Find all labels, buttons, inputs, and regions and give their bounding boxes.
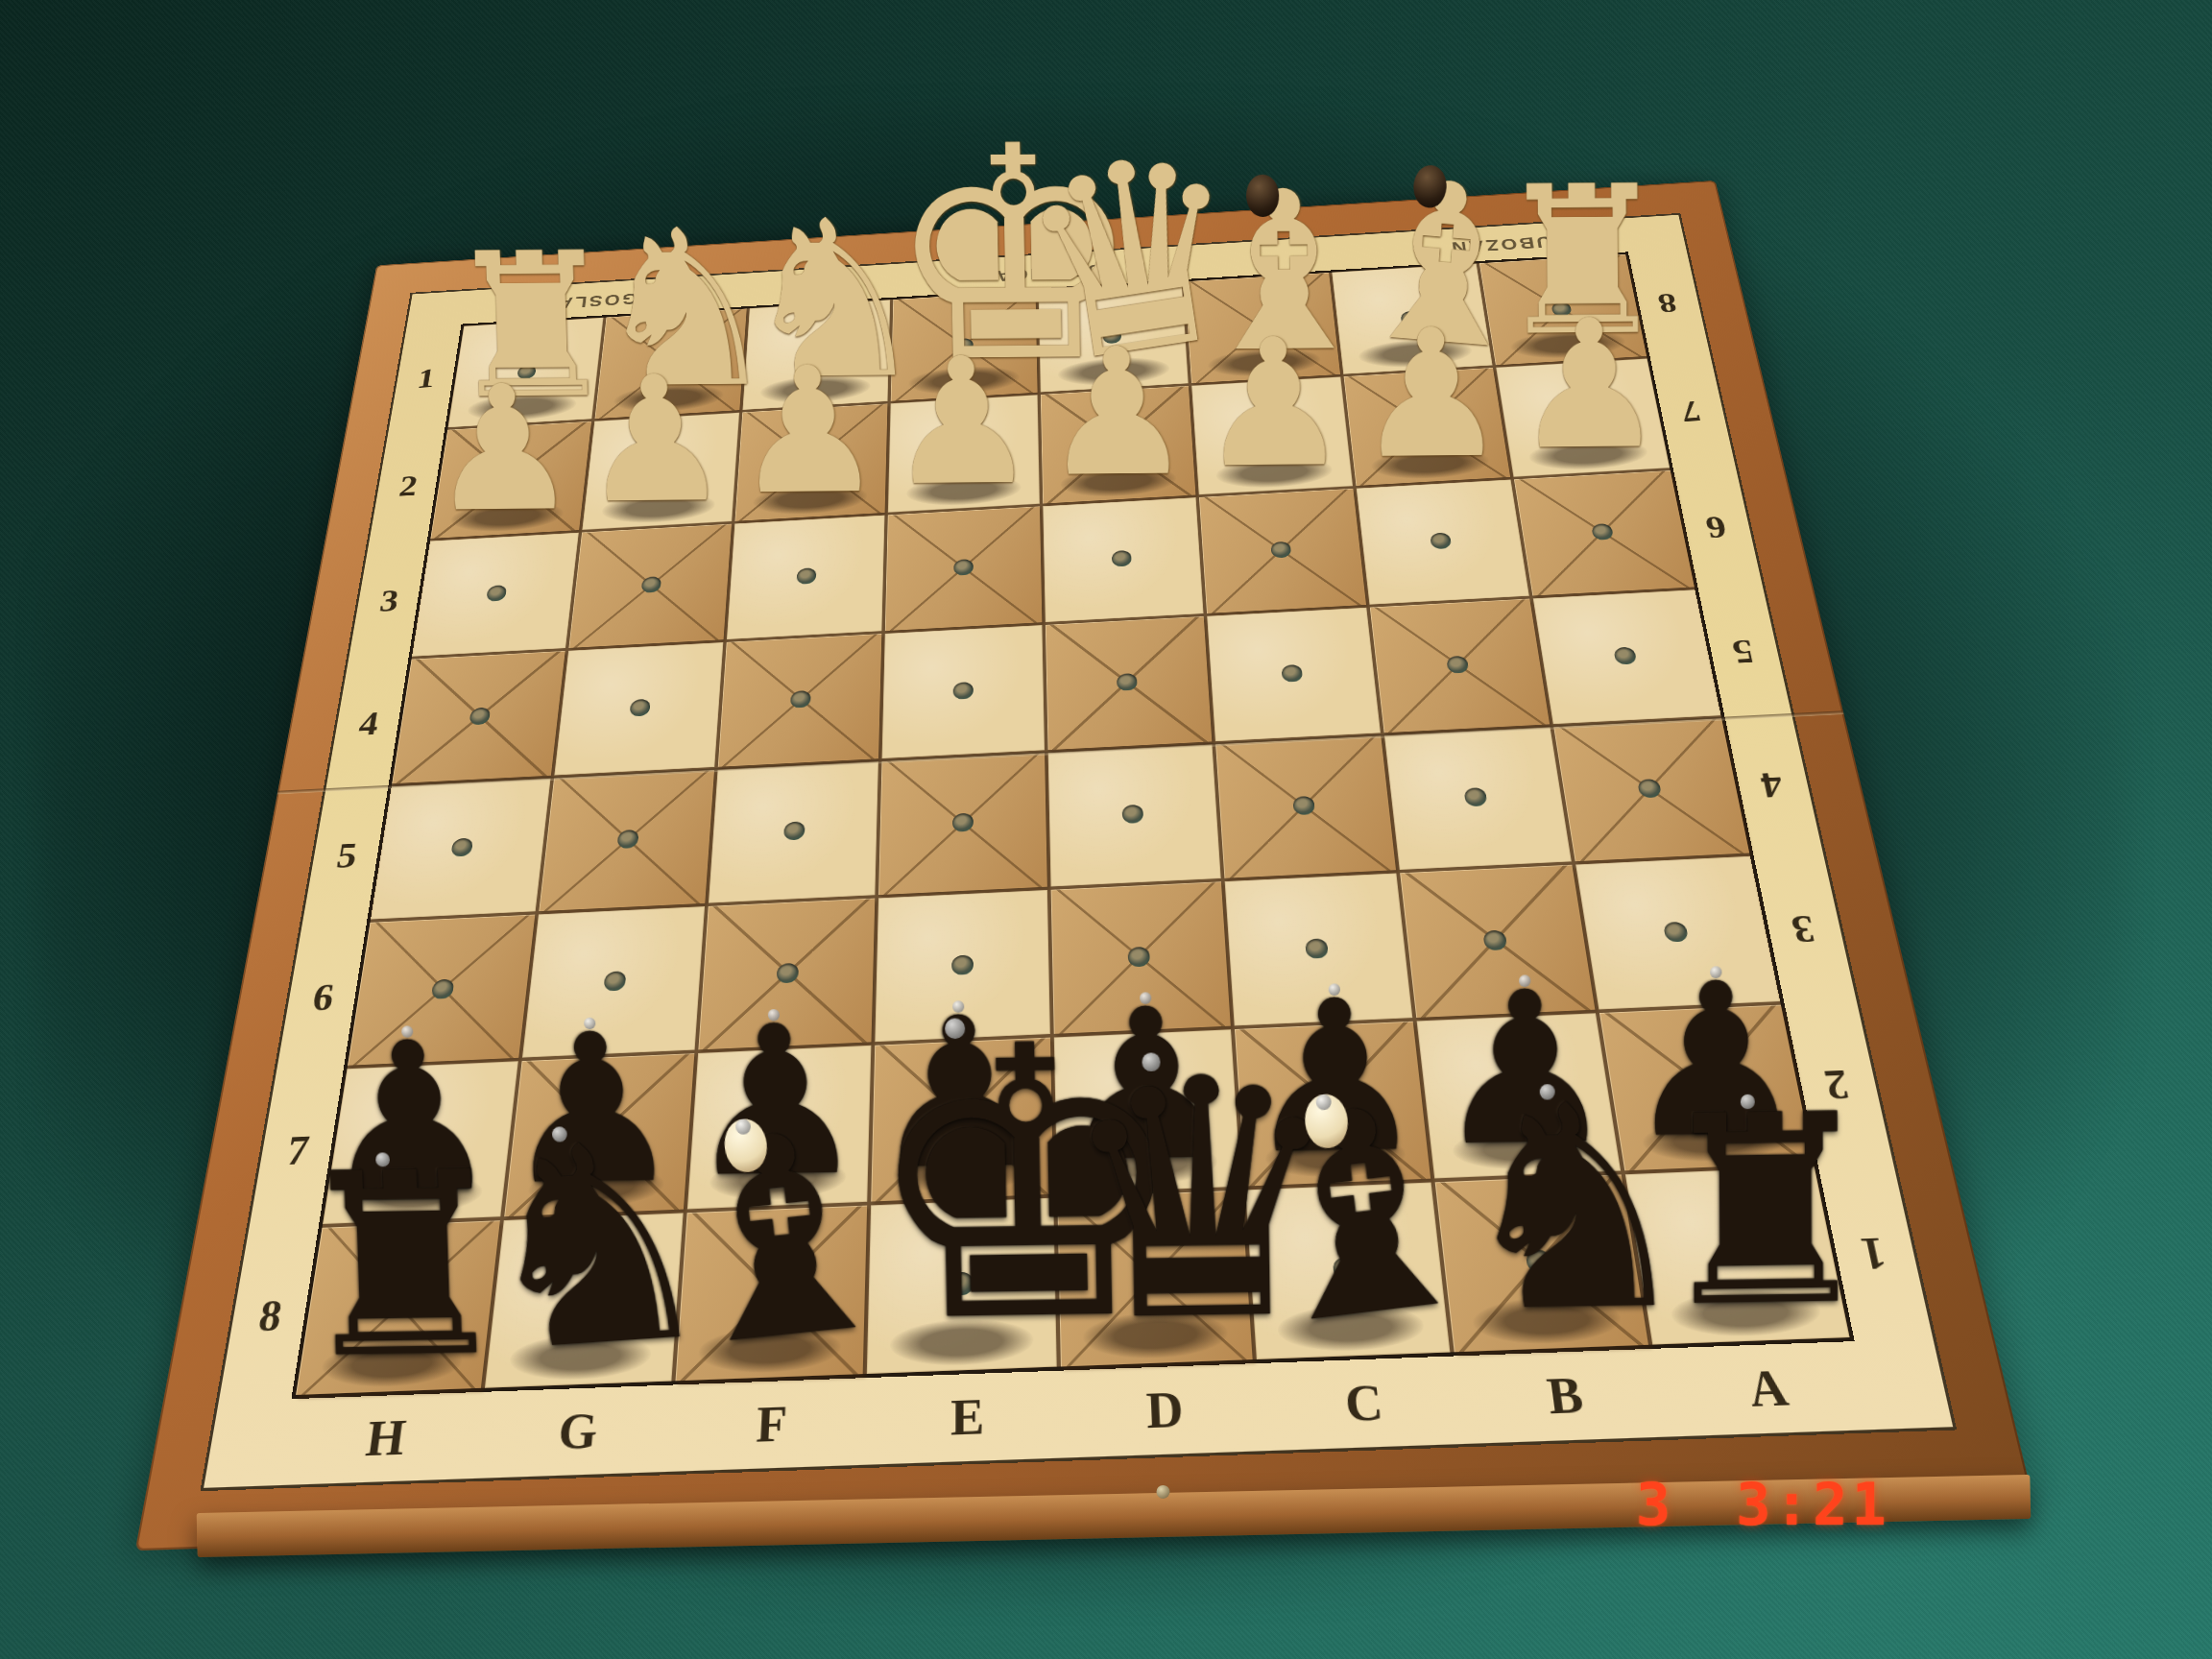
piece-black-bishop-f8[interactable]: ♝ (646, 1102, 864, 1382)
peg-hole (1292, 796, 1315, 815)
square-c2[interactable]: ♟ (1191, 377, 1353, 494)
square-c3[interactable] (1199, 489, 1366, 613)
peg-hole (1117, 673, 1138, 691)
square-b3[interactable] (1356, 479, 1529, 605)
peg-hole (1447, 656, 1470, 674)
piece-black-king-e8[interactable]: ♚ (859, 1008, 1057, 1366)
square-e8[interactable]: ♚ (867, 1197, 1057, 1374)
photo-scene: SUBOZANSUBOTICAYUGOSLAVIA 12345678 12345… (0, 0, 2212, 1659)
peg-hole (954, 559, 974, 576)
file-label-f: F (672, 1381, 871, 1467)
square-c4[interactable] (1207, 608, 1380, 741)
piece-white-pawn-h2[interactable]: ♟ (425, 367, 581, 532)
peg-hole (629, 699, 650, 717)
piece-black-knight-g8[interactable]: ♞ (464, 1113, 674, 1385)
file-label-e: E (869, 1374, 1068, 1461)
square-d4[interactable] (1046, 616, 1212, 750)
square-e4[interactable] (882, 625, 1045, 757)
dark-bishop-head-ball (1245, 174, 1279, 217)
dark-bishop-head-ball (1411, 164, 1447, 210)
peg-hole (790, 690, 811, 709)
piece-black-knight-b8[interactable]: ♞ (1451, 1075, 1646, 1344)
square-h2[interactable]: ♟ (430, 421, 590, 539)
board-surface: SUBOZANSUBOTICAYUGOSLAVIA 12345678 12345… (135, 180, 2031, 1551)
square-d2[interactable]: ♟ (1041, 386, 1195, 503)
piece-white-pawn-d2[interactable]: ♟ (1040, 329, 1195, 497)
peg-hole (1613, 646, 1637, 664)
piece-white-pawn-g2[interactable]: ♟ (577, 357, 733, 523)
peg-hole (1591, 523, 1614, 541)
peg-hole (431, 978, 455, 998)
piece-black-rook-h8[interactable]: ♜ (287, 1144, 484, 1386)
file-label-a: A (1660, 1344, 1879, 1432)
file-label-g: G (477, 1387, 678, 1474)
light-bishop-head-ball (721, 1117, 769, 1174)
file-label-b: B (1459, 1352, 1672, 1440)
square-a5[interactable] (1553, 718, 1749, 861)
square-g3[interactable] (568, 524, 731, 649)
file-label-h: H (284, 1395, 486, 1481)
peg-hole (952, 813, 974, 832)
piece-white-pawn-e2[interactable]: ♟ (884, 339, 1040, 506)
square-e3[interactable] (885, 506, 1042, 631)
peg-hole (953, 682, 974, 700)
square-c5[interactable] (1215, 735, 1396, 878)
square-f2[interactable]: ♟ (734, 404, 888, 521)
piece-white-pawn-b2[interactable]: ♟ (1354, 310, 1509, 479)
square-g2[interactable]: ♟ (582, 413, 739, 530)
piece-white-pawn-f2[interactable]: ♟ (731, 349, 886, 515)
piece-black-rook-a8[interactable]: ♜ (1650, 1086, 1844, 1336)
peg-hole (797, 567, 817, 585)
square-g5[interactable] (539, 770, 714, 911)
board-border-field: SUBOZANSUBOTICAYUGOSLAVIA 12345678 12345… (200, 213, 1957, 1491)
peg-hole (603, 971, 626, 992)
wooden-frame: SUBOZANSUBOTICAYUGOSLAVIA 12345678 12345… (135, 180, 2031, 1551)
square-b8[interactable]: ♞ (1434, 1174, 1648, 1352)
square-b2[interactable]: ♟ (1343, 368, 1510, 486)
square-h4[interactable] (392, 651, 565, 783)
file-label-d: D (1065, 1366, 1266, 1454)
light-bishop-head-ball (1302, 1092, 1350, 1151)
board-grid: ♜♞♞♚♛♝♝♜♟♟♟♟♟♟♟♟♟♟♟♟♟♟♟♟♜♞♝♚♛♝♞♜ (291, 252, 1854, 1399)
peg-hole (616, 829, 638, 849)
square-f8[interactable]: ♝ (675, 1205, 867, 1381)
peg-hole (469, 708, 491, 726)
camera-timestamp: 33:21 (1636, 1471, 1890, 1538)
peg-hole (1637, 779, 1662, 798)
peg-hole (777, 962, 799, 983)
square-h3[interactable] (412, 533, 579, 657)
peg-hole (640, 577, 661, 594)
piece-black-bishop-c8[interactable]: ♝ (1226, 1075, 1447, 1361)
peg-hole (1464, 787, 1488, 806)
square-d3[interactable] (1043, 497, 1203, 622)
piece-white-pawn-a2[interactable]: ♟ (1512, 301, 1667, 470)
peg-hole (1270, 541, 1291, 559)
peg-hole (486, 585, 507, 602)
piece-black-queen-d8[interactable]: ♛ (1055, 1044, 1252, 1359)
peg-hole (1281, 664, 1303, 683)
peg-hole (1112, 550, 1132, 567)
peg-hole (450, 838, 473, 857)
square-c8[interactable]: ♝ (1245, 1182, 1450, 1359)
square-e5[interactable] (878, 753, 1047, 895)
square-f3[interactable] (727, 515, 885, 639)
peg-hole (1431, 533, 1453, 550)
timestamp-day: 3 (1636, 1471, 1674, 1538)
square-h5[interactable] (371, 778, 550, 919)
square-a8[interactable]: ♜ (1625, 1166, 1849, 1345)
square-g4[interactable] (554, 642, 723, 775)
clasp-pin (1156, 1485, 1169, 1499)
square-e2[interactable]: ♟ (888, 395, 1040, 512)
peg-hole (1121, 805, 1143, 824)
square-g8[interactable]: ♞ (485, 1213, 684, 1388)
square-b4[interactable] (1369, 599, 1550, 733)
square-h8[interactable]: ♜ (296, 1220, 499, 1395)
square-a4[interactable] (1533, 589, 1720, 723)
square-a3[interactable] (1514, 470, 1695, 596)
square-d8[interactable]: ♛ (1057, 1190, 1252, 1366)
file-label-c: C (1262, 1358, 1469, 1446)
piece-white-pawn-c2[interactable]: ♟ (1196, 320, 1352, 488)
timestamp-time: 3:21 (1736, 1471, 1890, 1538)
square-a2[interactable]: ♟ (1497, 359, 1671, 477)
square-f5[interactable] (708, 761, 878, 903)
peg-hole (783, 821, 805, 840)
square-f4[interactable] (717, 634, 881, 766)
square-d5[interactable] (1048, 744, 1221, 886)
square-b5[interactable] (1383, 727, 1572, 870)
